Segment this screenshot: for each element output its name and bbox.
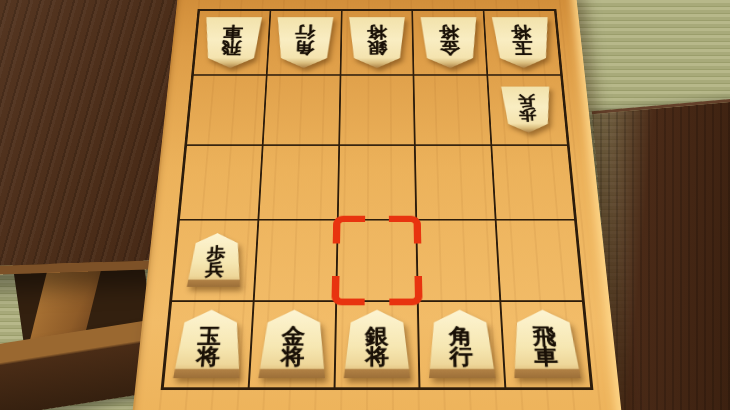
board-square-2d[interactable] (417, 220, 501, 301)
board-square-2c[interactable] (415, 145, 496, 220)
piece-face: 歩兵 (185, 233, 245, 287)
piece-face: 飛車 (508, 310, 583, 379)
piece-sente-king[interactable]: 玉将 (171, 310, 246, 379)
piece-kanji-label: 飛車 (221, 25, 243, 56)
scene: 飛車角行銀将金将玉将歩兵歩兵玉将金将銀将角行飛車 (0, 0, 730, 410)
piece-kanji-label: 玉将 (195, 326, 221, 367)
piece-kanji-label: 歩兵 (205, 246, 226, 278)
piece-kanji-label: 角行 (449, 326, 474, 367)
piece-face: 銀将 (342, 310, 413, 379)
board-square-3c[interactable] (337, 145, 416, 220)
piece-gote-gold[interactable]: 金将 (419, 17, 481, 68)
piece-sente-bishop[interactable]: 角行 (425, 310, 497, 379)
piece-sente-silver[interactable]: 銀将 (342, 310, 413, 379)
piece-kanji-label: 金将 (280, 326, 305, 367)
piece-gote-rook[interactable]: 飛車 (200, 17, 264, 68)
piece-face: 金将 (419, 17, 481, 68)
board-grid: 飛車角行銀将金将玉将歩兵歩兵玉将金将銀将角行飛車 (161, 9, 594, 390)
board-square-5c[interactable] (179, 145, 263, 220)
piece-face: 角行 (273, 17, 335, 68)
board-square-3b[interactable] (339, 75, 415, 145)
piece-kanji-label: 金将 (439, 25, 460, 56)
piece-gote-bishop[interactable]: 角行 (273, 17, 335, 68)
piece-sente-gold[interactable]: 金将 (256, 310, 328, 379)
piece-kanji-label: 角行 (294, 25, 315, 56)
piece-face: 金将 (256, 310, 328, 379)
piece-face: 飛車 (200, 17, 264, 68)
piece-face: 銀将 (347, 17, 408, 68)
piece-kanji-label: 玉将 (510, 25, 532, 56)
board-square-3d[interactable] (336, 220, 418, 301)
piece-face: 玉将 (171, 310, 246, 379)
piece-kanji-label: 歩兵 (517, 94, 536, 121)
piece-sente-rook[interactable]: 飛車 (508, 310, 583, 379)
piece-sente-pawn[interactable]: 歩兵 (185, 233, 245, 287)
piece-face: 角行 (425, 310, 497, 379)
piece-gote-silver[interactable]: 銀将 (347, 17, 408, 68)
board-square-5b[interactable] (186, 75, 266, 145)
board-square-4b[interactable] (263, 75, 341, 145)
board-square-1c[interactable] (491, 145, 575, 220)
board-square-4d[interactable] (254, 220, 338, 301)
piece-kanji-label: 飛車 (532, 326, 558, 367)
shogi-board: 飛車角行銀将金将玉将歩兵歩兵玉将金将銀将角行飛車 (130, 0, 625, 410)
board-square-1d[interactable] (496, 220, 583, 301)
piece-gote-pawn[interactable]: 歩兵 (500, 87, 555, 133)
piece-gote-king[interactable]: 玉将 (490, 17, 554, 68)
piece-face: 歩兵 (500, 87, 555, 133)
piece-kanji-label: 銀将 (365, 326, 388, 367)
piece-kanji-label: 銀将 (367, 25, 387, 56)
board-square-2b[interactable] (414, 75, 492, 145)
piece-face: 玉将 (490, 17, 554, 68)
board-square-4c[interactable] (258, 145, 339, 220)
